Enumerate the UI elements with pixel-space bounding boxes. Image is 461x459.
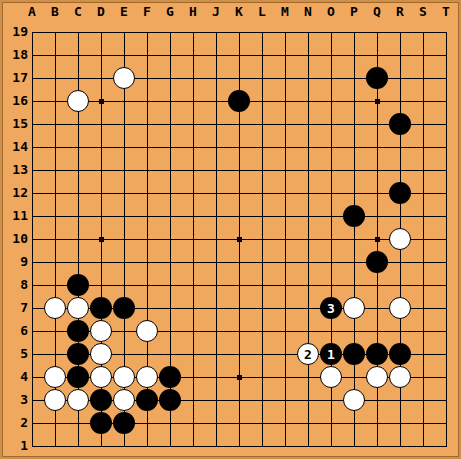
black-stone-F3 [136,389,158,411]
white-stone-C16 [67,90,89,112]
column-label-O: O [321,4,341,20]
column-label-G: G [160,4,180,20]
white-stone-E17 [113,67,135,89]
black-stone-C6 [67,320,89,342]
white-stone-F6 [136,320,158,342]
move-number-label: 1 [327,348,335,361]
white-stone-B3 [44,389,66,411]
black-stone-O5: 1 [320,343,342,365]
row-label-6: 6 [2,323,28,339]
column-label-H: H [183,4,203,20]
black-stone-P11 [343,205,365,227]
white-stone-C3 [67,389,89,411]
row-label-13: 13 [2,162,28,178]
black-stone-D7 [90,297,112,319]
white-stone-Q4 [366,366,388,388]
black-stone-C8 [67,274,89,296]
row-label-12: 12 [2,185,28,201]
row-label-19: 19 [2,24,28,40]
white-stone-B7 [44,297,66,319]
column-label-J: J [206,4,226,20]
white-stone-R7 [389,297,411,319]
column-label-Q: Q [367,4,387,20]
column-label-C: C [68,4,88,20]
star-point-D10 [99,237,104,242]
row-label-18: 18 [2,47,28,63]
black-stone-R15 [389,113,411,135]
row-label-11: 11 [2,208,28,224]
row-label-1: 1 [2,438,28,454]
row-label-7: 7 [2,300,28,316]
column-label-N: N [298,4,318,20]
column-label-T: T [436,4,456,20]
white-stone-R4 [389,366,411,388]
black-stone-O7: 3 [320,297,342,319]
column-label-D: D [91,4,111,20]
column-label-A: A [22,4,42,20]
white-stone-P7 [343,297,365,319]
white-stone-F4 [136,366,158,388]
black-stone-E7 [113,297,135,319]
row-label-14: 14 [2,139,28,155]
row-label-5: 5 [2,346,28,362]
star-point-Q10 [375,237,380,242]
white-stone-C7 [67,297,89,319]
row-label-17: 17 [2,70,28,86]
black-stone-Q5 [366,343,388,365]
black-stone-P5 [343,343,365,365]
column-label-P: P [344,4,364,20]
column-label-E: E [114,4,134,20]
row-label-2: 2 [2,415,28,431]
row-label-4: 4 [2,369,28,385]
star-point-K4 [237,375,242,380]
black-stone-G3 [159,389,181,411]
go-board: ABCDEFGHJKLMNOPQRST191817161514131211109… [0,0,461,459]
row-label-3: 3 [2,392,28,408]
column-label-L: L [252,4,272,20]
white-stone-N5: 2 [297,343,319,365]
move-number-label: 2 [304,348,312,361]
black-stone-C4 [67,366,89,388]
star-point-Q16 [375,99,380,104]
white-stone-P3 [343,389,365,411]
row-label-10: 10 [2,231,28,247]
row-label-15: 15 [2,116,28,132]
white-stone-E4 [113,366,135,388]
column-label-K: K [229,4,249,20]
black-stone-Q9 [366,251,388,273]
white-stone-O4 [320,366,342,388]
black-stone-R5 [389,343,411,365]
black-stone-E2 [113,412,135,434]
column-label-B: B [45,4,65,20]
black-stone-K16 [228,90,250,112]
column-label-M: M [275,4,295,20]
black-stone-R12 [389,182,411,204]
move-number-label: 3 [327,302,335,315]
white-stone-D4 [90,366,112,388]
white-stone-E3 [113,389,135,411]
row-label-9: 9 [2,254,28,270]
white-stone-B4 [44,366,66,388]
column-label-S: S [413,4,433,20]
row-label-8: 8 [2,277,28,293]
black-stone-D3 [90,389,112,411]
white-stone-D6 [90,320,112,342]
column-label-F: F [137,4,157,20]
black-stone-G4 [159,366,181,388]
white-stone-D5 [90,343,112,365]
column-label-R: R [390,4,410,20]
black-stone-C5 [67,343,89,365]
row-label-16: 16 [2,93,28,109]
star-point-K10 [237,237,242,242]
star-point-D16 [99,99,104,104]
white-stone-R10 [389,228,411,250]
black-stone-Q17 [366,67,388,89]
black-stone-D2 [90,412,112,434]
